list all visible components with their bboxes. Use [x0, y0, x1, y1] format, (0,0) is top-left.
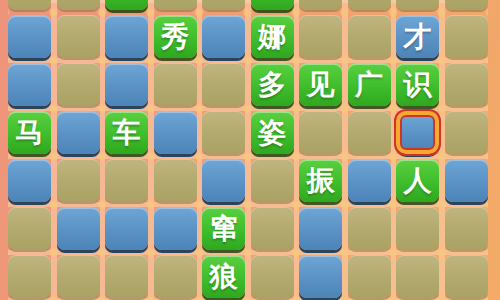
tile-振[interactable]: 振 — [299, 159, 342, 202]
cell-r6c8 — [396, 255, 439, 298]
tile-见[interactable]: 见 — [299, 63, 342, 106]
cell-r5c2[interactable] — [105, 207, 148, 250]
cell-r4c5 — [251, 159, 294, 202]
selected-slot-cell[interactable] — [396, 111, 439, 154]
cell-r0c9 — [445, 0, 488, 10]
cell-r4c4[interactable] — [202, 159, 245, 202]
cell-r2c1 — [57, 63, 100, 106]
tile-车[interactable]: 车 — [105, 111, 148, 154]
cell-r3c7 — [348, 111, 391, 154]
cell-r5c0 — [8, 207, 51, 250]
cell-r6c5 — [251, 255, 294, 298]
cell-r5c5 — [251, 207, 294, 250]
tile-狼[interactable]: 狼 — [202, 255, 245, 298]
cell-r4c7[interactable] — [348, 159, 391, 202]
cell-r1c1 — [57, 15, 100, 58]
cell-r3c3[interactable] — [154, 111, 197, 154]
cell-r5c6[interactable] — [299, 207, 342, 250]
cell-r1c2[interactable] — [105, 15, 148, 58]
cell-r1c0[interactable] — [8, 15, 51, 58]
cell-r6c3 — [154, 255, 197, 298]
cell-r5c9 — [445, 207, 488, 250]
cell-r5c8 — [396, 207, 439, 250]
tile-娜[interactable]: 娜 — [251, 15, 294, 58]
tile-人[interactable]: 人 — [396, 159, 439, 202]
tile-窜[interactable]: 窜 — [202, 207, 245, 250]
cell-r2c0[interactable] — [8, 63, 51, 106]
tile-才[interactable]: 才 — [396, 15, 439, 58]
cell-r1c6 — [299, 15, 342, 58]
cell-r5c7 — [348, 207, 391, 250]
game-board: 秀娜才多见广识马车姿振人窜狼 — [8, 0, 488, 298]
cell-r5c1[interactable] — [57, 207, 100, 250]
cell-r3c9 — [445, 111, 488, 154]
cell-r6c9 — [445, 255, 488, 298]
cell-r2c4 — [202, 63, 245, 106]
cell-r6c7 — [348, 255, 391, 298]
cell-r3c4 — [202, 111, 245, 154]
cell-r4c1 — [57, 159, 100, 202]
cell-r3c6 — [299, 111, 342, 154]
cell-r0c0 — [8, 0, 51, 10]
cell-r1c9 — [445, 15, 488, 58]
clipped-tile-cell[interactable] — [251, 0, 294, 10]
cell-r0c4 — [202, 0, 245, 10]
clipped-tile-cell[interactable] — [105, 0, 148, 10]
cell-r5c3[interactable] — [154, 207, 197, 250]
cell-r6c1 — [57, 255, 100, 298]
tile-多[interactable]: 多 — [251, 63, 294, 106]
game-board-area: 秀娜才多见广识马车姿振人窜狼 — [0, 0, 500, 300]
cell-r0c3 — [154, 0, 197, 10]
cell-r0c8 — [396, 0, 439, 10]
cell-r6c6[interactable] — [299, 255, 342, 298]
tile-姿[interactable]: 姿 — [251, 111, 294, 154]
cell-r4c9[interactable] — [445, 159, 488, 202]
cell-r0c7 — [348, 0, 391, 10]
cell-r4c0[interactable] — [8, 159, 51, 202]
cell-r2c3 — [154, 63, 197, 106]
cell-r6c2 — [105, 255, 148, 298]
cell-r2c2[interactable] — [105, 63, 148, 106]
cell-r2c9 — [445, 63, 488, 106]
cell-r0c1 — [57, 0, 100, 10]
cell-r4c2 — [105, 159, 148, 202]
tile-识[interactable]: 识 — [396, 63, 439, 106]
tile-马[interactable]: 马 — [8, 111, 51, 154]
cell-r1c7 — [348, 15, 391, 58]
cell-r3c1[interactable] — [57, 111, 100, 154]
cell-r4c3 — [154, 159, 197, 202]
cell-r0c6 — [299, 0, 342, 10]
cell-r1c4[interactable] — [202, 15, 245, 58]
cell-r6c0 — [8, 255, 51, 298]
tile-广[interactable]: 广 — [348, 63, 391, 106]
tile-秀[interactable]: 秀 — [154, 15, 197, 58]
